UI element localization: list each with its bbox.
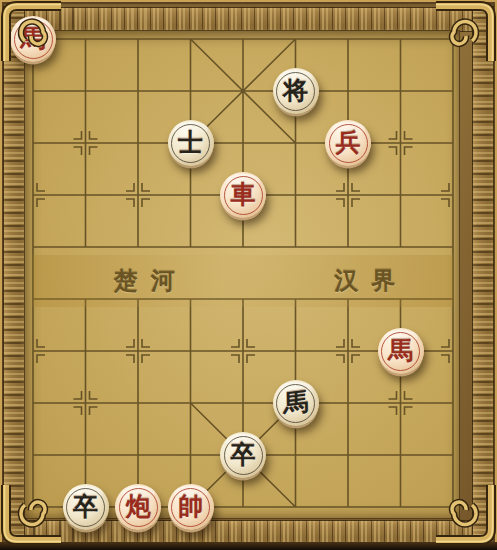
piece-glyph: 車 — [220, 172, 266, 218]
corner-ornament-bottom-right — [434, 483, 496, 545]
piece-black-general[interactable]: 将 — [273, 68, 319, 114]
piece-glyph: 炮 — [115, 484, 161, 530]
piece-red-soldier[interactable]: 兵 — [325, 120, 371, 166]
board-points: 馬将士兵車馬馬卒卒炮帥 — [7, 13, 480, 533]
piece-black-soldier[interactable]: 卒 — [63, 484, 109, 530]
piece-red-general[interactable]: 帥 — [168, 484, 214, 530]
piece-red-cannon[interactable]: 炮 — [115, 484, 161, 530]
piece-glyph: 帥 — [168, 484, 214, 530]
piece-black-horse[interactable]: 馬 — [273, 380, 319, 426]
piece-glyph: 卒 — [63, 484, 109, 530]
piece-glyph: 将 — [273, 68, 319, 114]
frame-bottom-edge — [0, 542, 497, 550]
board-surface[interactable]: 楚河 汉界 馬将士兵車馬馬卒卒炮帥 — [25, 31, 459, 518]
piece-glyph: 兵 — [325, 120, 371, 166]
corner-ornament-top-left — [1, 1, 63, 63]
piece-red-chariot[interactable]: 車 — [220, 172, 266, 218]
corner-ornament-bottom-left — [1, 483, 63, 545]
corner-ornament-top-right — [434, 1, 496, 63]
xiangqi-game: 楚河 汉界 馬将士兵車馬馬卒卒炮帥 — [0, 0, 497, 550]
piece-glyph: 士 — [168, 120, 214, 166]
piece-black-soldier[interactable]: 卒 — [220, 432, 266, 478]
piece-glyph: 卒 — [220, 432, 266, 478]
piece-glyph: 馬 — [378, 328, 424, 374]
piece-glyph: 馬 — [272, 377, 319, 428]
piece-black-advisor[interactable]: 士 — [168, 120, 214, 166]
piece-red-horse[interactable]: 馬 — [378, 328, 424, 374]
